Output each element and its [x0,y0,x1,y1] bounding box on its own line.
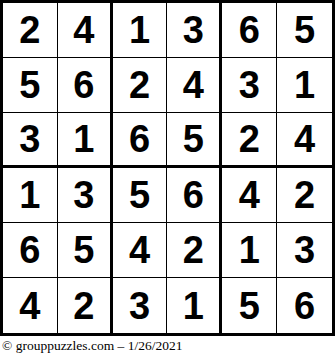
cell-r4c1: 1 [3,168,58,223]
cell-r1c6: 5 [277,3,332,58]
cell-r2c6: 1 [277,58,332,113]
cell-r4c2: 3 [58,168,113,223]
cell-r1c2: 4 [58,3,113,58]
cell-r5c3: 4 [113,223,168,278]
cell-r4c4: 6 [167,168,222,223]
cell-r4c5: 4 [222,168,277,223]
cell-r5c2: 5 [58,223,113,278]
cell-r2c5: 3 [222,58,277,113]
cell-r2c3: 2 [113,58,168,113]
cell-r6c6: 6 [277,278,332,333]
cell-r3c4: 5 [167,113,222,168]
cell-r3c1: 3 [3,113,58,168]
cell-r3c3: 6 [113,113,168,168]
cell-r6c3: 3 [113,278,168,333]
cell-r6c5: 5 [222,278,277,333]
cell-r1c4: 3 [167,3,222,58]
cell-r4c6: 2 [277,168,332,223]
sudoku-board: 241365562431316524135642654213423156 [0,0,335,336]
cell-r2c1: 5 [3,58,58,113]
cell-r1c3: 1 [113,3,168,58]
cell-r1c1: 2 [3,3,58,58]
cell-r1c5: 6 [222,3,277,58]
cell-r3c2: 1 [58,113,113,168]
cell-r2c4: 4 [167,58,222,113]
cell-r5c1: 6 [3,223,58,278]
cell-r5c5: 1 [222,223,277,278]
cell-r2c2: 6 [58,58,113,113]
cell-r6c4: 1 [167,278,222,333]
cell-r4c3: 5 [113,168,168,223]
cell-r6c1: 4 [3,278,58,333]
cell-r3c5: 2 [222,113,277,168]
cell-r5c6: 3 [277,223,332,278]
cell-r3c6: 4 [277,113,332,168]
cell-r5c4: 2 [167,223,222,278]
copyright-text: © grouppuzzles.com – 1/26/2021 [2,338,182,354]
cell-r6c2: 2 [58,278,113,333]
